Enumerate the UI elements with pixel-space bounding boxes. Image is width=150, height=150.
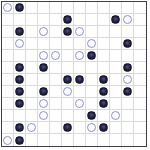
cell-r6c10[interactable]: [110, 62, 122, 74]
cell-r5c2[interactable]: [14, 50, 26, 62]
black-pearl: [87, 51, 96, 60]
white-pearl: [39, 27, 48, 36]
cell-r12c10[interactable]: [110, 134, 122, 146]
cell-r10c1[interactable]: [2, 110, 14, 122]
cell-r3c8[interactable]: [86, 26, 98, 38]
cell-r11c4[interactable]: [38, 122, 50, 134]
black-pearl: [99, 87, 108, 96]
cell-r10c5[interactable]: [50, 110, 62, 122]
cell-r6c6[interactable]: [62, 62, 74, 74]
black-pearl: [63, 15, 72, 24]
cell-r10c10[interactable]: [110, 110, 122, 122]
cell-r5c3[interactable]: [26, 50, 38, 62]
cell-r7c11[interactable]: [122, 74, 134, 86]
cell-r1c3[interactable]: [26, 2, 38, 14]
black-pearl: [39, 63, 48, 72]
cell-r6c8[interactable]: [86, 62, 98, 74]
cell-r7c6[interactable]: [62, 74, 74, 86]
masyu-board: [1, 1, 147, 147]
cell-r2c12[interactable]: [134, 14, 146, 26]
black-pearl: [99, 75, 108, 84]
cell-r12c3[interactable]: [26, 134, 38, 146]
white-pearl: [63, 87, 72, 96]
cell-r12c6[interactable]: [62, 134, 74, 146]
cell-r8c1[interactable]: [2, 86, 14, 98]
white-pearl: [111, 111, 120, 120]
cell-r2c8[interactable]: [86, 14, 98, 26]
black-pearl: [63, 123, 72, 132]
cell-r6c1[interactable]: [2, 62, 14, 74]
cell-r5c7[interactable]: [74, 50, 86, 62]
cell-r3c12[interactable]: [134, 26, 146, 38]
cell-r4c9[interactable]: [98, 38, 110, 50]
cell-r11c3[interactable]: [26, 122, 38, 134]
cell-r8c3[interactable]: [26, 86, 38, 98]
cell-r2c7[interactable]: [74, 14, 86, 26]
cell-r4c10[interactable]: [110, 38, 122, 50]
cell-r11c11[interactable]: [122, 122, 134, 134]
black-pearl: [15, 99, 24, 108]
white-pearl: [75, 99, 84, 108]
cell-r4c3[interactable]: [26, 38, 38, 50]
cell-r1c2[interactable]: [14, 2, 26, 14]
cell-r11c2[interactable]: [14, 122, 26, 134]
cell-r5c11[interactable]: [122, 50, 134, 62]
cell-r7c4[interactable]: [38, 74, 50, 86]
cell-r4c11[interactable]: [122, 38, 134, 50]
cell-r2c11[interactable]: [122, 14, 134, 26]
cell-r1c7[interactable]: [74, 2, 86, 14]
cell-r11c9[interactable]: [98, 122, 110, 134]
cell-r6c4[interactable]: [38, 62, 50, 74]
cell-r10c11[interactable]: [122, 110, 134, 122]
cell-r3c6[interactable]: [62, 26, 74, 38]
cell-r10c12[interactable]: [134, 110, 146, 122]
cell-r7c10[interactable]: [110, 74, 122, 86]
cell-r9c11[interactable]: [122, 98, 134, 110]
white-pearl: [15, 39, 24, 48]
cell-r11c5[interactable]: [50, 122, 62, 134]
cell-r3c5[interactable]: [50, 26, 62, 38]
cell-r11c8[interactable]: [86, 122, 98, 134]
white-pearl: [3, 3, 12, 12]
cell-r12c11[interactable]: [122, 134, 134, 146]
black-pearl: [15, 123, 24, 132]
cell-r10c3[interactable]: [26, 110, 38, 122]
board-wrapper: [1, 1, 147, 147]
cell-r11c6[interactable]: [62, 122, 74, 134]
black-pearl: [123, 39, 132, 48]
cell-r5c8[interactable]: [86, 50, 98, 62]
cell-r9c6[interactable]: [62, 98, 74, 110]
black-pearl: [15, 27, 24, 36]
cell-r5c12[interactable]: [134, 50, 146, 62]
cell-r8c5[interactable]: [50, 86, 62, 98]
cell-r8c12[interactable]: [134, 86, 146, 98]
black-pearl: [15, 87, 24, 96]
cell-r3c4[interactable]: [38, 26, 50, 38]
cell-r7c12[interactable]: [134, 74, 146, 86]
cell-r1c5[interactable]: [50, 2, 62, 14]
cell-r12c8[interactable]: [86, 134, 98, 146]
cell-r2c2[interactable]: [14, 14, 26, 26]
cell-r9c2[interactable]: [14, 98, 26, 110]
white-pearl: [39, 111, 48, 120]
white-pearl: [123, 75, 132, 84]
cell-r7c7[interactable]: [74, 74, 86, 86]
cell-r3c7[interactable]: [74, 26, 86, 38]
cell-r5c10[interactable]: [110, 50, 122, 62]
cell-r9c4[interactable]: [38, 98, 50, 110]
cell-r2c5[interactable]: [50, 14, 62, 26]
cell-r11c10[interactable]: [110, 122, 122, 134]
cell-r12c5[interactable]: [50, 134, 62, 146]
cell-r9c12[interactable]: [134, 98, 146, 110]
cell-r6c7[interactable]: [74, 62, 86, 74]
cell-r3c1[interactable]: [2, 26, 14, 38]
cell-r10c2[interactable]: [14, 110, 26, 122]
cell-r6c2[interactable]: [14, 62, 26, 74]
cell-r1c10[interactable]: [110, 2, 122, 14]
black-pearl: [123, 87, 132, 96]
cell-r6c9[interactable]: [98, 62, 110, 74]
cell-r10c4[interactable]: [38, 110, 50, 122]
cell-r11c1[interactable]: [2, 122, 14, 134]
black-pearl: [63, 75, 72, 84]
cell-r9c7[interactable]: [74, 98, 86, 110]
cell-r3c9[interactable]: [98, 26, 110, 38]
cell-r3c10[interactable]: [110, 26, 122, 38]
black-pearl: [15, 3, 24, 12]
cell-r10c8[interactable]: [86, 110, 98, 122]
cell-r1c6[interactable]: [62, 2, 74, 14]
white-pearl: [39, 51, 48, 60]
cell-r7c1[interactable]: [2, 74, 14, 86]
cell-r1c12[interactable]: [134, 2, 146, 14]
black-pearl: [63, 27, 72, 36]
cell-r10c7[interactable]: [74, 110, 86, 122]
cell-r12c2[interactable]: [14, 134, 26, 146]
cell-r8c6[interactable]: [62, 86, 74, 98]
cell-r10c9[interactable]: [98, 110, 110, 122]
cell-r6c12[interactable]: [134, 62, 146, 74]
cell-r1c4[interactable]: [38, 2, 50, 14]
cell-r11c12[interactable]: [134, 122, 146, 134]
white-pearl: [123, 15, 132, 24]
cell-r2c10[interactable]: [110, 14, 122, 26]
black-pearl: [15, 75, 24, 84]
white-pearl: [3, 136, 12, 145]
cell-r8c7[interactable]: [74, 86, 86, 98]
cell-r3c11[interactable]: [122, 26, 134, 38]
cell-r10c6[interactable]: [62, 110, 74, 122]
cell-r3c2[interactable]: [14, 26, 26, 38]
cell-r12c9[interactable]: [98, 134, 110, 146]
cell-r8c10[interactable]: [110, 86, 122, 98]
cell-r12c7[interactable]: [74, 134, 86, 146]
cell-r1c1[interactable]: [2, 2, 14, 14]
cell-r8c11[interactable]: [122, 86, 134, 98]
cell-r8c2[interactable]: [14, 86, 26, 98]
cell-r2c4[interactable]: [38, 14, 50, 26]
white-pearl: [39, 99, 48, 108]
cell-r2c1[interactable]: [2, 14, 14, 26]
black-pearl: [15, 63, 24, 72]
black-pearl: [99, 99, 108, 108]
cell-r4c5[interactable]: [50, 38, 62, 50]
cell-r4c7[interactable]: [74, 38, 86, 50]
black-pearl: [123, 63, 132, 72]
cell-r4c4[interactable]: [38, 38, 50, 50]
black-pearl: [87, 111, 96, 120]
cell-r1c9[interactable]: [98, 2, 110, 14]
cell-r9c3[interactable]: [26, 98, 38, 110]
cell-r5c1[interactable]: [2, 50, 14, 62]
cell-r6c5[interactable]: [50, 62, 62, 74]
cell-r12c12[interactable]: [134, 134, 146, 146]
cell-r5c4[interactable]: [38, 50, 50, 62]
cell-r7c8[interactable]: [86, 74, 98, 86]
cell-r11c7[interactable]: [74, 122, 86, 134]
black-pearl: [15, 136, 24, 145]
cell-r9c10[interactable]: [110, 98, 122, 110]
cell-r9c1[interactable]: [2, 98, 14, 110]
white-pearl: [27, 123, 36, 132]
black-pearl: [111, 15, 120, 24]
cell-r4c8[interactable]: [86, 38, 98, 50]
cell-r2c9[interactable]: [98, 14, 110, 26]
cell-r4c6[interactable]: [62, 38, 74, 50]
cell-r7c3[interactable]: [26, 74, 38, 86]
cell-r8c4[interactable]: [38, 86, 50, 98]
cell-r4c12[interactable]: [134, 38, 146, 50]
white-pearl: [75, 27, 84, 36]
cell-r8c9[interactable]: [98, 86, 110, 98]
cell-r12c1[interactable]: [2, 134, 14, 146]
cell-r9c5[interactable]: [50, 98, 62, 110]
cell-r7c5[interactable]: [50, 74, 62, 86]
cell-r12c4[interactable]: [38, 134, 50, 146]
cell-r3c3[interactable]: [26, 26, 38, 38]
white-pearl: [87, 123, 96, 132]
cell-r5c6[interactable]: [62, 50, 74, 62]
white-pearl: [87, 39, 96, 48]
cell-r1c11[interactable]: [122, 2, 134, 14]
white-pearl: [51, 51, 60, 60]
cell-r9c8[interactable]: [86, 98, 98, 110]
cell-r2c3[interactable]: [26, 14, 38, 26]
black-pearl: [99, 123, 108, 132]
cell-r6c3[interactable]: [26, 62, 38, 74]
black-pearl: [75, 75, 84, 84]
cell-r2c6[interactable]: [62, 14, 74, 26]
cell-r9c9[interactable]: [98, 98, 110, 110]
cell-r8c8[interactable]: [86, 86, 98, 98]
cell-r4c1[interactable]: [2, 38, 14, 50]
cell-r5c9[interactable]: [98, 50, 110, 62]
cell-r7c9[interactable]: [98, 74, 110, 86]
cell-r4c2[interactable]: [14, 38, 26, 50]
cell-r1c8[interactable]: [86, 2, 98, 14]
cell-r7c2[interactable]: [14, 74, 26, 86]
white-pearl: [75, 51, 84, 60]
cell-r6c11[interactable]: [122, 62, 134, 74]
black-pearl: [39, 87, 48, 96]
cell-r5c5[interactable]: [50, 50, 62, 62]
